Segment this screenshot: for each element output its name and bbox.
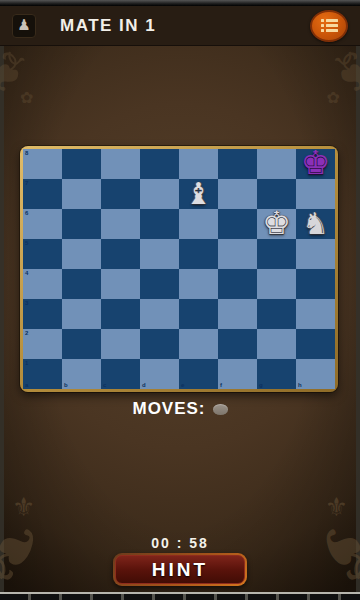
piece-white-bishop-e7[interactable]: ♝ [179,173,218,209]
right-edge-trim [356,46,360,592]
app-screen: ♟ MATE IN 1 ❧ ✿ ❧ ✿ ❧ ⚜ ❧ ⚜ 8♚7♝6♚♞54321… [0,0,360,600]
pawn-icon: ♟ [12,14,36,38]
square-d6[interactable] [140,209,179,239]
piece-white-king-g6[interactable]: ♚ [257,203,296,239]
header-bar: ♟ MATE IN 1 [0,6,360,46]
square-h6[interactable]: ♞ [296,209,335,239]
square-g5[interactable] [257,239,296,269]
bottom-banner-edge [0,592,360,600]
square-f1[interactable]: f [218,359,257,389]
board-frame: 8♚7♝6♚♞54321abcdefgh [20,146,338,392]
square-a7[interactable]: 7 [23,179,62,209]
square-a4[interactable]: 4 [23,269,62,299]
square-b7[interactable] [62,179,101,209]
chess-board: 8♚7♝6♚♞54321abcdefgh [23,149,335,389]
square-b2[interactable] [62,329,101,359]
square-g6[interactable]: ♚ [257,209,296,239]
square-e4[interactable] [179,269,218,299]
square-d2[interactable] [140,329,179,359]
list-menu-icon [321,18,338,33]
square-c5[interactable] [101,239,140,269]
square-a8[interactable]: 8 [23,149,62,179]
square-a5[interactable]: 5 [23,239,62,269]
square-g4[interactable] [257,269,296,299]
square-b1[interactable]: b [62,359,101,389]
moves-label: MOVES: [132,399,205,419]
ornament-bottom-right-tulip-icon: ⚜ [325,492,348,522]
square-f2[interactable] [218,329,257,359]
square-c7[interactable] [101,179,140,209]
square-e2[interactable] [179,329,218,359]
hint-button[interactable]: HINT [113,553,247,586]
moves-counter-chip [213,404,228,415]
square-f4[interactable] [218,269,257,299]
square-b6[interactable] [62,209,101,239]
rank-label: 4 [25,270,28,276]
square-c6[interactable] [101,209,140,239]
square-g8[interactable] [257,149,296,179]
square-g1[interactable]: g [257,359,296,389]
pawn-icon-glyph: ♟ [17,18,30,33]
ornament-top-left-flower-icon: ✿ [20,88,33,107]
square-f6[interactable] [218,209,257,239]
square-a2[interactable]: 2 [23,329,62,359]
file-label: a [25,382,28,388]
ornament-top-right-icon: ❧ [313,40,360,105]
square-e1[interactable]: e [179,359,218,389]
square-a6[interactable]: 6 [23,209,62,239]
square-c2[interactable] [101,329,140,359]
square-e6[interactable] [179,209,218,239]
square-g3[interactable] [257,299,296,329]
file-label: g [259,382,263,388]
square-h4[interactable] [296,269,335,299]
square-c8[interactable] [101,149,140,179]
rank-label: 5 [25,240,28,246]
square-h8[interactable]: ♚ [296,149,335,179]
square-e5[interactable] [179,239,218,269]
rank-label: 7 [25,180,28,186]
file-label: f [220,382,222,388]
file-label: h [298,382,302,388]
square-f5[interactable] [218,239,257,269]
square-a3[interactable]: 3 [23,299,62,329]
square-d1[interactable]: d [140,359,179,389]
menu-button[interactable] [310,10,348,42]
square-h3[interactable] [296,299,335,329]
square-f8[interactable] [218,149,257,179]
rank-label: 1 [25,360,28,366]
square-c3[interactable] [101,299,140,329]
piece-white-knight-h6[interactable]: ♞ [296,203,335,239]
ornament-top-left-icon: ❧ [0,40,47,105]
ornament-top-right-flower-icon: ✿ [327,88,340,107]
file-label: e [181,382,184,388]
rank-label: 3 [25,300,28,306]
square-g2[interactable] [257,329,296,359]
file-label: c [103,382,106,388]
timer-value: 00 : 58 [0,535,360,551]
square-h2[interactable] [296,329,335,359]
square-e7[interactable]: ♝ [179,179,218,209]
ornament-bottom-left-tulip-icon: ⚜ [12,492,35,522]
square-f3[interactable] [218,299,257,329]
page-title: MATE IN 1 [60,16,156,36]
square-c4[interactable] [101,269,140,299]
square-d5[interactable] [140,239,179,269]
square-d3[interactable] [140,299,179,329]
square-d7[interactable] [140,179,179,209]
square-e3[interactable] [179,299,218,329]
square-b8[interactable] [62,149,101,179]
square-d8[interactable] [140,149,179,179]
square-f7[interactable] [218,179,257,209]
rank-label: 2 [25,330,28,336]
moves-row: MOVES: [0,399,360,419]
file-label: b [64,382,68,388]
square-c1[interactable]: c [101,359,140,389]
square-d4[interactable] [140,269,179,299]
rank-label: 8 [25,150,28,156]
square-a1[interactable]: 1a [23,359,62,389]
file-label: d [142,382,146,388]
rank-label: 6 [25,210,28,216]
left-edge-trim [0,46,4,592]
square-b5[interactable] [62,239,101,269]
square-b3[interactable] [62,299,101,329]
piece-black-king-h8[interactable]: ♚ [296,143,335,179]
hint-button-label: HINT [152,559,208,581]
square-h5[interactable] [296,239,335,269]
square-b4[interactable] [62,269,101,299]
square-h1[interactable]: h [296,359,335,389]
hint-button-face: HINT [115,555,245,584]
